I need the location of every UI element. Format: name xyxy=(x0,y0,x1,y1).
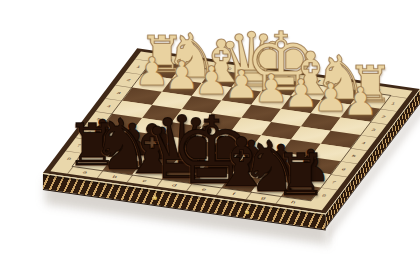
coordinate-label: b xyxy=(112,174,119,178)
coordinate-label: d xyxy=(256,71,263,75)
coordinate-label: 8 xyxy=(321,194,327,197)
coordinate-label: c xyxy=(226,66,233,70)
coordinate-label: g xyxy=(345,83,352,87)
coordinate-label: d xyxy=(171,183,178,187)
coordinate-label: c xyxy=(142,179,149,183)
coordinate-label: 1 xyxy=(136,65,142,68)
coordinate-label: h xyxy=(290,200,297,204)
coordinate-label: h xyxy=(375,88,382,92)
coordinate-label: a xyxy=(167,58,174,62)
coordinate-label: e xyxy=(286,75,293,79)
coordinate-label: g xyxy=(260,196,267,200)
coordinate-label: 8 xyxy=(66,157,72,160)
coordinate-label: 3 xyxy=(371,128,377,131)
coordinate-label: 2 xyxy=(381,115,387,118)
coordinate-label: b xyxy=(197,62,204,66)
coordinate-label: e xyxy=(201,187,208,191)
coordinate-label: 4 xyxy=(106,105,112,108)
coordinate-label: 1 xyxy=(391,102,397,105)
coordinate-label: 5 xyxy=(96,118,102,121)
coordinate-label: 5 xyxy=(351,154,357,157)
coordinate-label: 2 xyxy=(126,78,132,81)
brass-clasp xyxy=(153,196,158,201)
coordinate-label: f xyxy=(232,192,237,196)
coordinate-label: f xyxy=(317,79,322,83)
coordinate-label: 6 xyxy=(86,131,92,134)
brass-hinge-pin xyxy=(245,210,250,215)
coordinate-label: 7 xyxy=(76,144,82,147)
coordinate-label: 7 xyxy=(331,181,337,184)
coordinate-label: 4 xyxy=(361,141,367,144)
coordinate-label: 3 xyxy=(116,91,122,94)
product-photo-scene: aa11bb22cc33dd44ee55ff66gg77hh88 ♜♞♝♛♚♝♞… xyxy=(0,0,420,259)
coordinate-label: 6 xyxy=(341,167,347,170)
coordinate-label: a xyxy=(82,170,89,174)
